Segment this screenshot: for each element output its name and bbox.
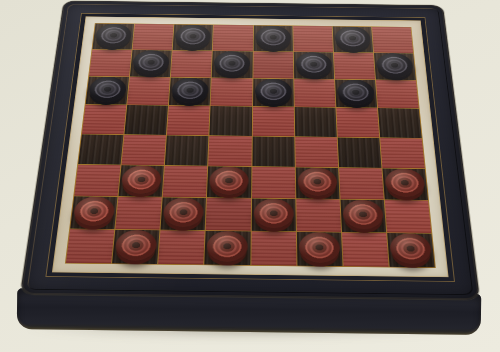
checker-piece-black[interactable] <box>254 79 291 105</box>
board-square[interactable] <box>253 79 294 107</box>
board-square[interactable] <box>74 164 120 196</box>
board-square[interactable] <box>380 138 425 168</box>
board-square[interactable] <box>294 79 335 107</box>
board-square[interactable] <box>293 26 333 52</box>
checker-piece-black[interactable] <box>337 80 375 106</box>
checker-piece-black[interactable] <box>334 27 371 51</box>
board-square[interactable] <box>382 168 428 200</box>
board-square[interactable] <box>295 167 339 199</box>
checkers-board <box>20 1 480 300</box>
board-square[interactable] <box>378 108 422 137</box>
board-square[interactable] <box>119 165 164 197</box>
board-square[interactable] <box>133 24 174 50</box>
board-square[interactable] <box>251 231 296 265</box>
board-field <box>65 23 436 268</box>
board-square[interactable] <box>130 50 172 77</box>
checker-piece-red[interactable] <box>209 166 249 195</box>
board-square[interactable] <box>66 229 114 263</box>
board-square[interactable] <box>293 52 334 79</box>
checker-piece-black[interactable] <box>94 24 132 48</box>
board-square[interactable] <box>334 53 375 80</box>
board-square[interactable] <box>167 106 210 135</box>
board-square[interactable] <box>387 233 435 267</box>
board-square[interactable] <box>86 77 130 105</box>
board-square[interactable] <box>112 230 160 264</box>
board-square[interactable] <box>70 196 117 229</box>
board-square[interactable] <box>385 200 432 233</box>
checker-piece-red[interactable] <box>342 199 384 229</box>
board-square[interactable] <box>339 168 384 200</box>
checker-piece-red[interactable] <box>298 232 340 263</box>
board-square[interactable] <box>122 135 167 165</box>
board-square[interactable] <box>209 136 252 166</box>
checker-piece-red[interactable] <box>253 198 293 228</box>
board-square[interactable] <box>296 199 341 232</box>
board-scene <box>10 0 490 352</box>
board-square[interactable] <box>374 53 416 80</box>
board-square[interactable] <box>158 230 205 264</box>
checker-piece-black[interactable] <box>376 53 414 78</box>
board-square[interactable] <box>89 50 132 77</box>
board-square[interactable] <box>372 27 413 53</box>
photo-background <box>0 0 500 352</box>
board-square[interactable] <box>211 78 252 106</box>
checker-piece-red[interactable] <box>73 196 116 226</box>
board-square[interactable] <box>253 52 293 79</box>
board-square[interactable] <box>252 167 295 199</box>
checker-piece-red[interactable] <box>163 197 204 227</box>
board-square[interactable] <box>251 198 295 231</box>
board-square[interactable] <box>161 197 207 230</box>
board-square[interactable] <box>163 166 208 198</box>
board-square[interactable] <box>82 105 126 134</box>
board-square[interactable] <box>335 80 377 108</box>
checker-piece-black[interactable] <box>175 25 212 49</box>
checker-piece-black[interactable] <box>214 51 251 76</box>
checker-piece-black[interactable] <box>295 52 332 77</box>
board-mat <box>46 14 453 281</box>
board-square[interactable] <box>127 77 170 105</box>
checker-piece-black[interactable] <box>171 78 209 103</box>
board-square[interactable] <box>205 231 251 265</box>
board-square[interactable] <box>213 25 253 51</box>
board-square[interactable] <box>169 78 211 106</box>
checker-piece-red[interactable] <box>297 167 337 196</box>
checker-piece-red[interactable] <box>207 231 249 262</box>
board-square[interactable] <box>212 51 252 78</box>
board-square[interactable] <box>206 198 251 231</box>
board-square[interactable] <box>294 107 336 136</box>
board-square[interactable] <box>296 232 342 266</box>
board-square[interactable] <box>337 137 381 167</box>
board-square[interactable] <box>171 51 212 78</box>
checker-piece-black[interactable] <box>255 26 291 50</box>
checker-piece-red[interactable] <box>389 233 432 264</box>
board-square[interactable] <box>332 26 373 52</box>
checker-piece-black[interactable] <box>132 50 170 75</box>
checker-piece-red[interactable] <box>121 165 162 194</box>
board-square[interactable] <box>252 136 295 166</box>
board-square[interactable] <box>173 25 213 51</box>
board-square[interactable] <box>253 25 292 51</box>
board-square[interactable] <box>78 134 123 164</box>
board-square[interactable] <box>92 24 134 50</box>
checker-piece-red[interactable] <box>384 168 426 197</box>
board-square[interactable] <box>376 80 419 108</box>
board-square[interactable] <box>115 197 161 230</box>
board-square[interactable] <box>342 232 389 266</box>
board-square[interactable] <box>295 137 338 167</box>
checker-piece-black[interactable] <box>88 77 128 102</box>
board-square[interactable] <box>340 199 386 232</box>
board-square[interactable] <box>165 135 209 165</box>
board-square[interactable] <box>252 107 294 136</box>
board-square[interactable] <box>125 105 169 134</box>
checker-piece-red[interactable] <box>114 230 157 261</box>
board-square[interactable] <box>207 166 251 198</box>
board-square[interactable] <box>336 108 379 137</box>
board-square[interactable] <box>210 106 252 135</box>
